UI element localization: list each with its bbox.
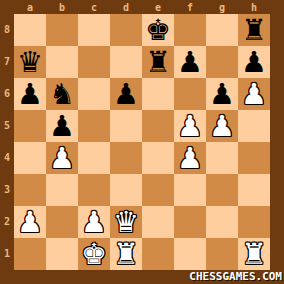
square-e3: [142, 174, 174, 206]
square-f7: ♟: [174, 46, 206, 78]
square-g1: [206, 238, 238, 270]
white-pawn-f4: ♟: [174, 142, 206, 174]
square-c8: [78, 14, 110, 46]
square-f1: [174, 238, 206, 270]
square-h7: ♟: [238, 46, 270, 78]
square-d7: [110, 46, 142, 78]
square-h3: [238, 174, 270, 206]
square-b1: [46, 238, 78, 270]
file-label-b: b: [46, 0, 78, 14]
white-queen-d2: ♛: [110, 206, 142, 238]
black-rook-h8: ♜: [238, 14, 270, 46]
square-d4: [110, 142, 142, 174]
square-c6: [78, 78, 110, 110]
square-a3: [14, 174, 46, 206]
white-rook-h1: ♜: [238, 238, 270, 270]
square-f5: ♟: [174, 110, 206, 142]
square-c4: [78, 142, 110, 174]
square-e8: ♚: [142, 14, 174, 46]
square-c3: [78, 174, 110, 206]
chess-diagram: abcdefgh 87654321 ♚♜♛♜♟♟♟♞♟♟♟♟♟♟♟♟♟♟♛♚♜♜…: [0, 0, 284, 284]
square-a6: ♟: [14, 78, 46, 110]
square-g7: [206, 46, 238, 78]
square-g6: ♟: [206, 78, 238, 110]
file-label-f: f: [174, 0, 206, 14]
rank-label-6: 6: [0, 78, 14, 110]
square-f3: [174, 174, 206, 206]
white-king-c1: ♚: [78, 238, 110, 270]
rank-label-2: 2: [0, 206, 14, 238]
square-b8: [46, 14, 78, 46]
square-a4: [14, 142, 46, 174]
square-b3: [46, 174, 78, 206]
rank-labels: 87654321: [0, 14, 14, 270]
file-label-g: g: [206, 0, 238, 14]
square-a1: [14, 238, 46, 270]
black-pawn-b5: ♟: [46, 110, 78, 142]
square-f4: ♟: [174, 142, 206, 174]
square-d2: ♛: [110, 206, 142, 238]
square-h5: [238, 110, 270, 142]
white-pawn-c2: ♟: [78, 206, 110, 238]
white-pawn-h6: ♟: [238, 78, 270, 110]
rank-label-4: 4: [0, 142, 14, 174]
square-h1: ♜: [238, 238, 270, 270]
square-d5: [110, 110, 142, 142]
square-f6: [174, 78, 206, 110]
square-h2: [238, 206, 270, 238]
square-b4: ♟: [46, 142, 78, 174]
square-c2: ♟: [78, 206, 110, 238]
square-a5: [14, 110, 46, 142]
square-h8: ♜: [238, 14, 270, 46]
square-h6: ♟: [238, 78, 270, 110]
square-d1: ♜: [110, 238, 142, 270]
white-pawn-f5: ♟: [174, 110, 206, 142]
square-g4: [206, 142, 238, 174]
black-rook-e7: ♜: [142, 46, 174, 78]
white-pawn-g5: ♟: [206, 110, 238, 142]
square-a2: ♟: [14, 206, 46, 238]
square-d3: [110, 174, 142, 206]
black-pawn-a6: ♟: [14, 78, 46, 110]
white-pawn-b4: ♟: [46, 142, 78, 174]
square-e1: [142, 238, 174, 270]
rank-label-1: 1: [0, 238, 14, 270]
file-label-c: c: [78, 0, 110, 14]
black-knight-b6: ♞: [46, 78, 78, 110]
square-b5: ♟: [46, 110, 78, 142]
black-pawn-h7: ♟: [238, 46, 270, 78]
square-c5: [78, 110, 110, 142]
black-pawn-d6: ♟: [110, 78, 142, 110]
rank-label-3: 3: [0, 174, 14, 206]
black-pawn-f7: ♟: [174, 46, 206, 78]
white-rook-d1: ♜: [110, 238, 142, 270]
file-label-e: e: [142, 0, 174, 14]
black-pawn-g6: ♟: [206, 78, 238, 110]
square-d8: [110, 14, 142, 46]
square-e2: [142, 206, 174, 238]
square-c7: [78, 46, 110, 78]
square-c1: ♚: [78, 238, 110, 270]
square-g8: [206, 14, 238, 46]
black-king-e8: ♚: [142, 14, 174, 46]
rank-label-5: 5: [0, 110, 14, 142]
square-h4: [238, 142, 270, 174]
square-a7: ♛: [14, 46, 46, 78]
rank-label-7: 7: [0, 46, 14, 78]
file-label-d: d: [110, 0, 142, 14]
file-label-a: a: [14, 0, 46, 14]
rank-label-8: 8: [0, 14, 14, 46]
square-e6: [142, 78, 174, 110]
square-g3: [206, 174, 238, 206]
watermark-chessgames: CHESSGAMES.COM: [189, 270, 282, 284]
square-f2: [174, 206, 206, 238]
square-f8: [174, 14, 206, 46]
square-g2: [206, 206, 238, 238]
board: ♚♜♛♜♟♟♟♞♟♟♟♟♟♟♟♟♟♟♛♚♜♜: [14, 14, 270, 270]
square-g5: ♟: [206, 110, 238, 142]
square-a8: [14, 14, 46, 46]
square-e7: ♜: [142, 46, 174, 78]
square-b2: [46, 206, 78, 238]
white-pawn-a2: ♟: [14, 206, 46, 238]
file-labels: abcdefgh: [14, 0, 270, 14]
square-e5: [142, 110, 174, 142]
black-queen-a7: ♛: [14, 46, 46, 78]
square-b7: [46, 46, 78, 78]
square-e4: [142, 142, 174, 174]
square-b6: ♞: [46, 78, 78, 110]
file-label-h: h: [238, 0, 270, 14]
square-d6: ♟: [110, 78, 142, 110]
